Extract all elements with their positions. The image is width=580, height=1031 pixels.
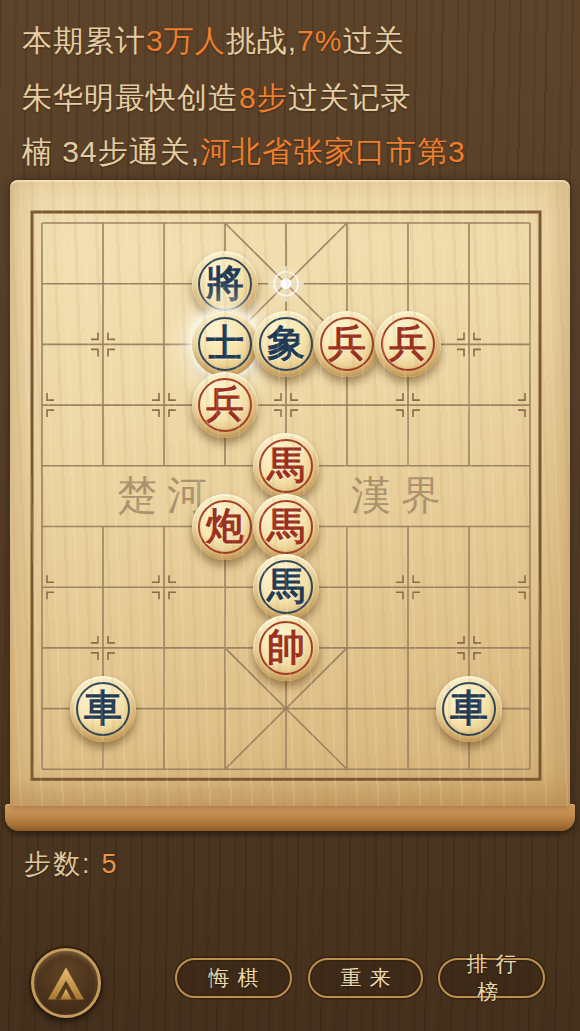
text: 楠 34步通关, xyxy=(22,135,200,168)
piece-layer: 將士象兵兵兵馬炮馬馬帥車車 xyxy=(10,180,570,806)
up-chevron-icon xyxy=(43,960,89,1006)
piece-glyph: 士 xyxy=(206,324,244,364)
text: 朱华明最快创造 xyxy=(22,81,239,114)
piece-glyph: 兵 xyxy=(328,324,366,364)
leaderboard-button[interactable]: 排行榜 xyxy=(438,958,545,998)
move-counter-value: 5 xyxy=(102,849,119,879)
piece-glyph: 炮 xyxy=(206,507,244,547)
black-chariot[interactable]: 車 xyxy=(70,676,136,742)
text: 挑战, xyxy=(226,24,297,57)
black-advisor[interactable]: 士 xyxy=(192,311,258,377)
move-counter-label: 步数: xyxy=(24,849,92,879)
text: 过关记录 xyxy=(288,81,412,114)
piece-glyph: 兵 xyxy=(206,385,244,425)
red-general[interactable]: 帥 xyxy=(253,615,319,681)
piece-glyph: 車 xyxy=(450,689,488,729)
red-soldier[interactable]: 兵 xyxy=(192,372,258,438)
black-horse[interactable]: 馬 xyxy=(253,554,319,620)
piece-glyph: 帥 xyxy=(267,628,305,668)
home-button[interactable] xyxy=(31,948,101,1018)
highlighted-text: 7% xyxy=(297,24,342,57)
black-chariot[interactable]: 車 xyxy=(436,676,502,742)
record-line: 朱华明最快创造8步过关记录 xyxy=(22,81,412,115)
red-soldier[interactable]: 兵 xyxy=(375,311,441,377)
highlighted-text: 3万人 xyxy=(146,24,226,57)
piece-glyph: 兵 xyxy=(389,324,427,364)
highlighted-text: 河北省张家口市第3 xyxy=(200,135,466,168)
black-elephant[interactable]: 象 xyxy=(253,311,319,377)
move-counter: 步数:5 xyxy=(24,846,119,882)
ticker-line: 楠 34步通关,河北省张家口市第3 xyxy=(22,135,466,169)
text: 本期累计 xyxy=(22,24,146,57)
piece-glyph: 將 xyxy=(206,264,244,304)
highlighted-text: 8步 xyxy=(239,81,288,114)
piece-glyph: 車 xyxy=(84,689,122,729)
piece-glyph: 馬 xyxy=(267,567,305,607)
restart-button[interactable]: 重来 xyxy=(308,958,423,998)
challenge-stats-line: 本期累计3万人挑战,7%过关 xyxy=(22,24,404,58)
undo-button[interactable]: 悔棋 xyxy=(175,958,292,998)
piece-glyph: 象 xyxy=(267,324,305,364)
red-soldier[interactable]: 兵 xyxy=(314,311,380,377)
piece-glyph: 馬 xyxy=(267,507,305,547)
text: 过关 xyxy=(342,24,404,57)
piece-glyph: 馬 xyxy=(267,446,305,486)
red-horse[interactable]: 馬 xyxy=(253,494,319,560)
xiangqi-board[interactable]: 楚河漢界 將士象兵兵兵馬炮馬馬帥車車 xyxy=(10,180,570,806)
board-table-edge xyxy=(5,804,575,831)
red-horse[interactable]: 馬 xyxy=(253,433,319,499)
black-general[interactable]: 將 xyxy=(192,251,258,317)
red-cannon[interactable]: 炮 xyxy=(192,494,258,560)
